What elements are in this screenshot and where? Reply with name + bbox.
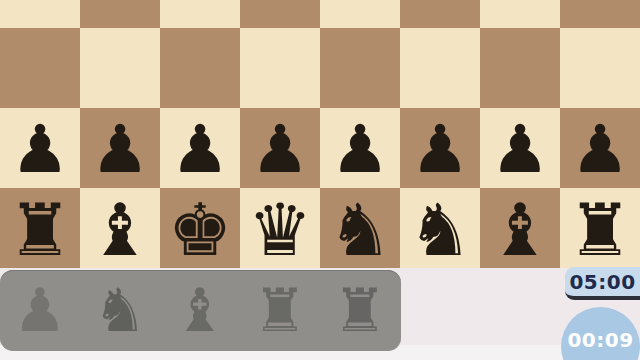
board-square[interactable]: [400, 0, 480, 28]
ghost-black-rook: ♜: [240, 270, 320, 350]
black-king[interactable]: ♚: [168, 190, 233, 270]
board-square[interactable]: [320, 28, 400, 108]
board-square[interactable]: [240, 0, 320, 28]
board-square[interactable]: ♟: [400, 108, 480, 188]
board-square[interactable]: [560, 0, 640, 28]
board-square[interactable]: ♟: [160, 108, 240, 188]
board-square[interactable]: ♟: [0, 108, 80, 188]
board-square[interactable]: ♜: [560, 188, 640, 268]
board-square[interactable]: [560, 28, 640, 108]
transition-overlay-tray: ♟♞♝♜♜: [0, 270, 401, 351]
board-square[interactable]: [80, 28, 160, 108]
black-queen[interactable]: ♛: [248, 190, 313, 270]
board-square[interactable]: [240, 28, 320, 108]
ghost-black-rook: ♜: [320, 270, 400, 350]
board-square[interactable]: [80, 0, 160, 28]
board-square[interactable]: ♞: [320, 188, 400, 268]
board-square[interactable]: [160, 28, 240, 108]
black-pawn[interactable]: ♟: [10, 110, 69, 190]
black-knight[interactable]: ♞: [328, 190, 393, 270]
opponent-clock: 05:00: [565, 267, 640, 300]
black-pawn[interactable]: ♟: [250, 110, 309, 190]
black-pawn[interactable]: ♟: [330, 110, 389, 190]
board-square[interactable]: ♟: [80, 108, 160, 188]
black-bishop[interactable]: ♝: [488, 190, 553, 270]
black-knight[interactable]: ♞: [408, 190, 473, 270]
black-rook[interactable]: ♜: [8, 190, 73, 270]
board-square[interactable]: [400, 28, 480, 108]
board-square[interactable]: [480, 28, 560, 108]
black-pawn[interactable]: ♟: [490, 110, 549, 190]
board-square[interactable]: [0, 0, 80, 28]
black-pawn[interactable]: ♟: [570, 110, 629, 190]
board-square[interactable]: ♚: [160, 188, 240, 268]
opponent-clock-time: 05:00: [569, 270, 635, 294]
ghost-black-bishop: ♝: [160, 270, 240, 350]
black-pawn[interactable]: ♟: [410, 110, 469, 190]
move-timer-time: 00:09: [567, 328, 633, 352]
board-square[interactable]: ♛: [240, 188, 320, 268]
black-bishop[interactable]: ♝: [88, 190, 153, 270]
ghost-black-knight: ♞: [80, 270, 160, 350]
board-square[interactable]: ♝: [480, 188, 560, 268]
black-pawn[interactable]: ♟: [170, 110, 229, 190]
board-square[interactable]: ♟: [560, 108, 640, 188]
ghost-black-pawn: ♟: [0, 270, 80, 350]
board-square[interactable]: ♝: [80, 188, 160, 268]
board-square[interactable]: ♟: [240, 108, 320, 188]
board-square[interactable]: [0, 28, 80, 108]
board-square[interactable]: ♟: [480, 108, 560, 188]
chess-board: ♟♟♟♟♟♟♟♟♜♝♚♛♞♞♝♜: [0, 0, 640, 268]
board-square[interactable]: [480, 0, 560, 28]
board-square[interactable]: [160, 0, 240, 28]
board-square[interactable]: ♟: [320, 108, 400, 188]
board-square[interactable]: ♞: [400, 188, 480, 268]
board-square[interactable]: [320, 0, 400, 28]
black-rook[interactable]: ♜: [568, 190, 633, 270]
board-square[interactable]: ♜: [0, 188, 80, 268]
black-pawn[interactable]: ♟: [90, 110, 149, 190]
